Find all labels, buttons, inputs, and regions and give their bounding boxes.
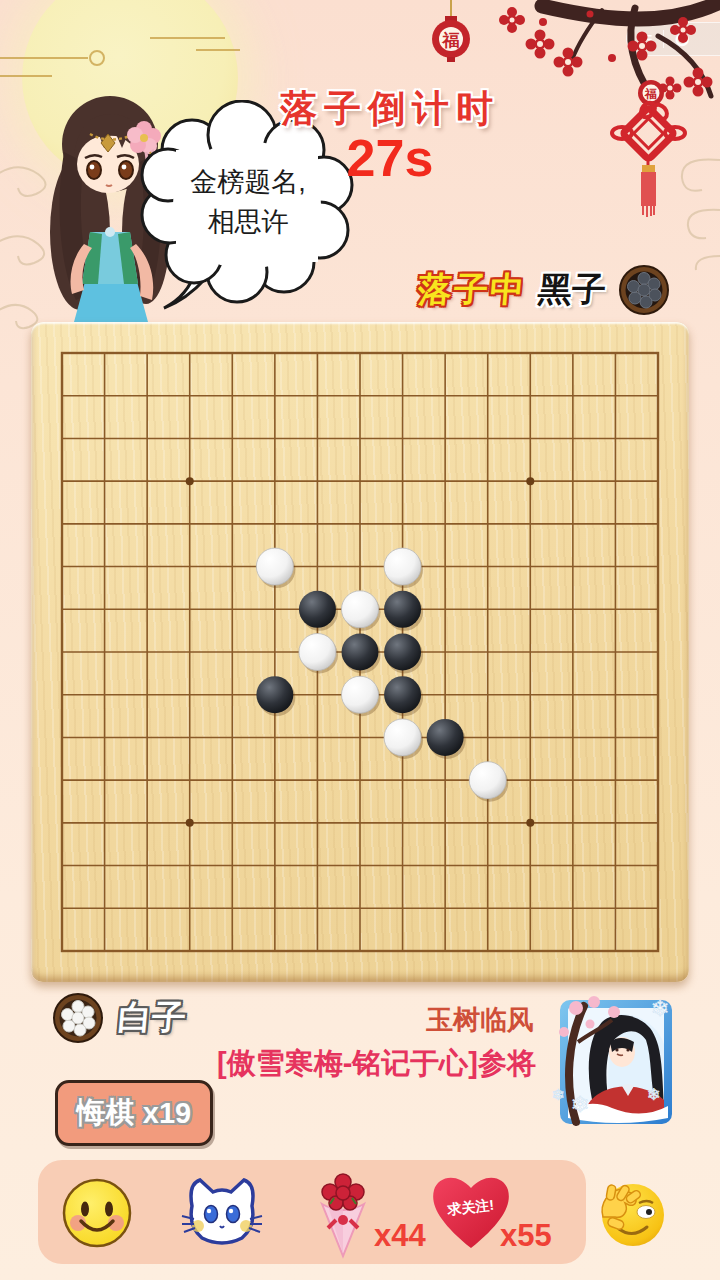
white-stone [384,719,421,756]
white-side-indicator: 白子 [52,992,186,1044]
facepalm-emote-button[interactable] [598,1178,668,1252]
game-screen: ≡ ⊙ 福 [0,0,720,1280]
white-stone [469,762,506,799]
undo-label: 悔棋 [77,1093,135,1133]
svg-text:福: 福 [442,31,460,50]
svg-text:❄: ❄ [647,1086,660,1103]
smiley-emote-button[interactable] [60,1176,134,1250]
white-stone [342,676,379,713]
svg-text:❄: ❄ [552,1086,565,1103]
svg-text:❄: ❄ [651,996,669,1021]
black-stone [299,591,336,628]
white-stone [384,548,421,585]
cat-emote-button[interactable] [180,1174,264,1252]
black-stone [256,676,293,713]
white-stones-bowl-icon [52,992,104,1044]
white-stone [342,591,379,628]
undo-button[interactable]: 悔棋 x19 [55,1080,213,1146]
heart-count: x55 [500,1218,552,1254]
black-stone [342,634,379,671]
opponent-avatar[interactable]: ❄❄❄❄ [550,996,674,1128]
undo-count: x19 [143,1097,191,1130]
black-stone [384,591,421,628]
black-stone [384,634,421,671]
go-board[interactable] [31,322,689,982]
svg-text:福: 福 [644,87,657,101]
chinese-knot [612,100,685,217]
bouquet-count: x44 [374,1218,426,1254]
white-stone [299,634,336,671]
bouquet-gift-button[interactable] [310,1168,376,1260]
white-stone [256,548,293,585]
white-side-label: 白子 [116,995,188,1041]
bubble-line2: 相思许 [166,202,330,242]
svg-text:❄: ❄ [571,1092,589,1117]
plum-branch-decoration: 福 福 [430,0,720,300]
black-stone [384,676,421,713]
fu-lantern: 福 [432,0,470,62]
black-stone [427,719,464,756]
opponent-guild-title: [傲雪寒梅-铭记于心]参将 [217,1044,536,1084]
emote-bar: x44 求关注! x55 [38,1160,586,1264]
board-grid[interactable] [31,322,689,982]
opponent-name: 玉树临风 [426,1002,534,1038]
